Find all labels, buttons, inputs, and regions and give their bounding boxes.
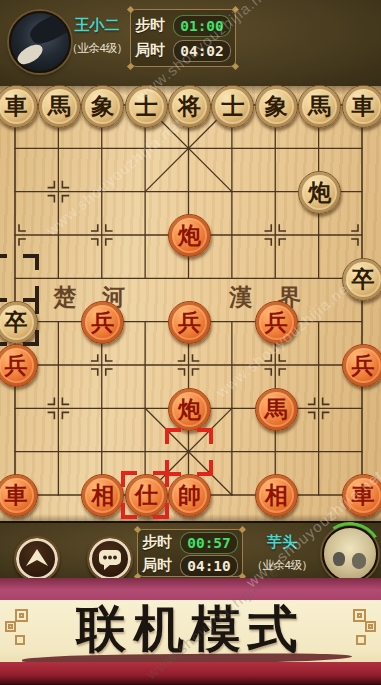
mode-banner: 联机模式	[0, 600, 381, 662]
player-move-time-label: 步时	[142, 533, 172, 552]
piece-black-士[interactable]: 士	[125, 85, 168, 128]
piece-red-兵[interactable]: 兵	[168, 301, 211, 344]
opponent-move-time-label: 步时	[135, 16, 165, 35]
player-info: 芋头 （业余4级）	[246, 533, 318, 573]
piece-black-象[interactable]: 象	[81, 85, 124, 128]
game-screen: 王小二 （业余4级） 步时 01:00 局时 04:02 楚 河 漢 界 車馬象…	[0, 0, 381, 685]
chat-button[interactable]	[87, 536, 133, 582]
opponent-rank: （业余4级）	[58, 41, 136, 56]
player-timer-panel: 步时 00:57 局时 04:10	[137, 529, 243, 577]
player-rank: （业余4级）	[246, 558, 318, 573]
expand-button[interactable]	[14, 536, 60, 582]
corner-ornament-icon	[4, 608, 30, 650]
opponent-bar: 王小二 （业余4级） 步时 01:00 局时 04:02	[0, 0, 381, 88]
piece-black-馬[interactable]: 馬	[38, 85, 81, 128]
piece-black-象[interactable]: 象	[255, 85, 298, 128]
opponent-info: 王小二 （业余4级）	[58, 16, 136, 56]
piece-red-仕[interactable]: 仕	[125, 474, 168, 517]
piece-black-将[interactable]: 将	[168, 85, 211, 128]
piece-black-士[interactable]: 士	[211, 85, 254, 128]
player-name: 芋头	[246, 533, 318, 552]
piece-red-炮[interactable]: 炮	[168, 388, 211, 431]
player-move-time: 00:57	[180, 532, 238, 554]
piece-red-馬[interactable]: 馬	[255, 388, 298, 431]
piece-black-卒[interactable]: 卒	[342, 258, 381, 301]
piece-red-兵[interactable]: 兵	[255, 301, 298, 344]
corner-ornament-icon	[351, 608, 377, 650]
opponent-name: 王小二	[58, 16, 136, 35]
opponent-move-time: 01:00	[173, 15, 231, 37]
piece-red-相[interactable]: 相	[255, 474, 298, 517]
piece-black-炮[interactable]: 炮	[298, 171, 341, 214]
banner-bottom-strip	[0, 662, 381, 685]
chat-bubble-icon	[95, 544, 125, 574]
opponent-total-time: 04:02	[173, 40, 231, 62]
xiangqi-board[interactable]: 楚 河 漢 界 車馬象士将士象馬車炮卒卒炮兵兵兵兵兵炮馬車相仕帥相車	[0, 86, 381, 521]
player-total-time-label: 局时	[142, 556, 172, 575]
piece-black-車[interactable]: 車	[0, 85, 38, 128]
player-bar: 步时 00:57 局时 04:10 芋头 （业余4级）	[0, 521, 381, 580]
piece-black-馬[interactable]: 馬	[298, 85, 341, 128]
opponent-timer-panel: 步时 01:00 局时 04:02	[130, 9, 236, 67]
arrow-up-icon	[22, 544, 52, 574]
piece-black-車[interactable]: 車	[342, 85, 381, 128]
player-total-time: 04:10	[180, 555, 238, 577]
opponent-total-time-label: 局时	[135, 41, 165, 60]
